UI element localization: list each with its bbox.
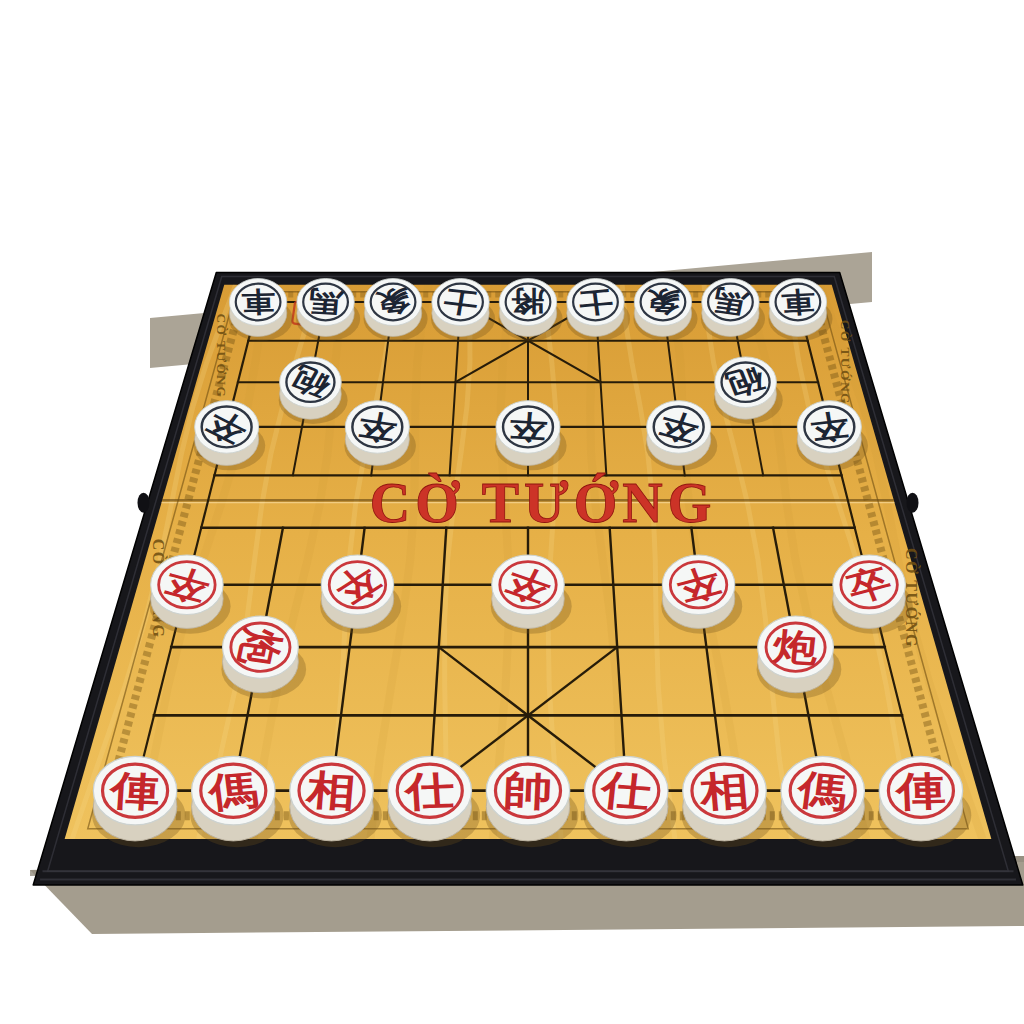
piece-black-soldier-i3-glyph: 卒: [808, 408, 851, 446]
piece-black-chariot-i0-glyph: 車: [780, 285, 818, 317]
piece-red-elephant-g9-glyph: 相: [696, 768, 751, 816]
piece-black-elephant-c0-glyph: 象: [373, 284, 413, 318]
piece-red-cannon-b7-glyph: 炮: [231, 625, 287, 669]
piece-black-advisor-d0-glyph: 士: [441, 284, 481, 318]
border-text-0: CỜ TƯỚNG: [214, 313, 229, 398]
piece-black-chariot-a0-glyph: 車: [240, 286, 276, 317]
piece-red-horse-b9-glyph: 傌: [204, 767, 261, 816]
piece-black-general-e0-glyph: 將: [511, 286, 546, 316]
piece-red-cannon-h7-glyph: 炮: [770, 626, 820, 669]
river-title: CỜ TƯỚNG: [370, 472, 716, 534]
piece-red-chariot-i9-glyph: 俥: [893, 768, 946, 814]
piece-red-advisor-f9-glyph: 仕: [597, 767, 653, 815]
xiangqi-board-photo: CỜ TƯỚNGCỜ TƯỚNGCỜ TƯỚNGCỜ TƯỚNGCỜ TƯỚNG…: [0, 0, 1024, 1024]
piece-red-general-e9-glyph: 帥: [502, 768, 553, 814]
scene: CỜ TƯỚNGCỜ TƯỚNGCỜ TƯỚNGCỜ TƯỚNGCỜ TƯỚNG…: [0, 0, 1024, 1024]
piece-red-advisor-d9-glyph: 仕: [402, 768, 456, 815]
piece-black-elephant-g0-glyph: 象: [645, 285, 683, 317]
piece-red-elephant-c9-glyph: 相: [303, 767, 358, 815]
piece-red-chariot-a9-glyph: 俥: [107, 768, 161, 815]
piece-red-horse-h9-glyph: 傌: [793, 767, 850, 816]
piece-black-soldier-e3-glyph: 卒: [508, 409, 548, 445]
piece-black-advisor-f0-glyph: 士: [576, 285, 615, 318]
border-text-2: CỜ TƯỚNG: [838, 320, 853, 405]
piece-black-horse-b0-glyph: 馬: [308, 285, 346, 317]
piece-black-soldier-c3-glyph: 卒: [355, 407, 399, 446]
